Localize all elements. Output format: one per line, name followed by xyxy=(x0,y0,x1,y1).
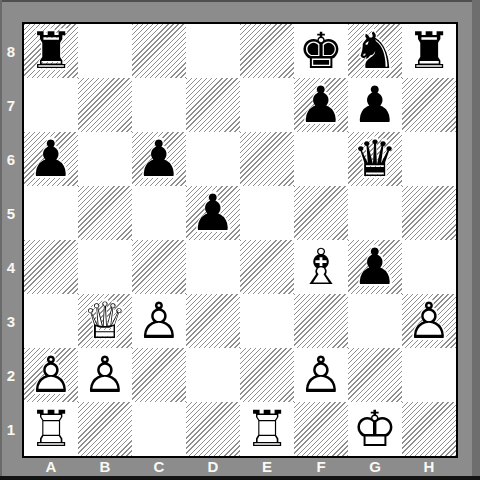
square-f7[interactable]: ♟♟ xyxy=(294,78,348,132)
black-rook-glyph: ♜ xyxy=(29,26,74,76)
square-c2[interactable] xyxy=(132,348,186,402)
square-d6[interactable] xyxy=(186,132,240,186)
piece-white-pawn[interactable]: ♟♙ xyxy=(132,294,186,348)
black-pawn-glyph: ♟ xyxy=(353,80,398,130)
square-b3[interactable]: ♛♕ xyxy=(78,294,132,348)
square-f3[interactable] xyxy=(294,294,348,348)
piece-black-pawn[interactable]: ♟♟ xyxy=(132,132,186,186)
square-b4[interactable] xyxy=(78,240,132,294)
square-e7[interactable] xyxy=(240,78,294,132)
piece-white-pawn[interactable]: ♟♙ xyxy=(294,348,348,402)
white-pawn-glyph: ♙ xyxy=(29,350,74,400)
rank-label-2: 2 xyxy=(0,348,22,402)
rank-label-8: 8 xyxy=(0,24,22,78)
square-b5[interactable] xyxy=(78,186,132,240)
square-e1[interactable]: ♜♖ xyxy=(240,402,294,456)
rank-label-4: 4 xyxy=(0,240,22,294)
rank-label-3: 3 xyxy=(0,294,22,348)
piece-white-rook[interactable]: ♜♖ xyxy=(240,402,294,456)
piece-black-rook[interactable]: ♜♜ xyxy=(24,24,78,78)
square-c3[interactable]: ♟♙ xyxy=(132,294,186,348)
piece-black-pawn[interactable]: ♟♟ xyxy=(294,78,348,132)
file-label-f: F xyxy=(294,457,348,476)
black-pawn-glyph: ♟ xyxy=(299,80,344,130)
black-queen-glyph: ♛ xyxy=(353,134,398,184)
square-e8[interactable] xyxy=(240,24,294,78)
file-label-a: A xyxy=(24,457,78,476)
white-bishop-glyph: ♗ xyxy=(299,242,344,292)
square-d8[interactable] xyxy=(186,24,240,78)
square-c5[interactable] xyxy=(132,186,186,240)
white-rook-glyph: ♖ xyxy=(245,404,290,454)
piece-black-knight[interactable]: ♞♞ xyxy=(348,24,402,78)
white-pawn-glyph: ♙ xyxy=(137,296,182,346)
square-d5[interactable]: ♟♟ xyxy=(186,186,240,240)
file-label-c: C xyxy=(132,457,186,476)
file-label-g: G xyxy=(348,457,402,476)
square-d4[interactable] xyxy=(186,240,240,294)
black-king-glyph: ♚ xyxy=(299,26,344,76)
piece-black-pawn[interactable]: ♟♟ xyxy=(186,186,240,240)
square-g2[interactable] xyxy=(348,348,402,402)
file-label-d: D xyxy=(186,457,240,476)
black-rook-glyph: ♜ xyxy=(407,26,452,76)
square-a4[interactable] xyxy=(24,240,78,294)
square-h4[interactable] xyxy=(402,240,456,294)
square-b2[interactable]: ♟♙ xyxy=(78,348,132,402)
black-pawn-glyph: ♟ xyxy=(29,134,74,184)
square-e4[interactable] xyxy=(240,240,294,294)
square-h5[interactable] xyxy=(402,186,456,240)
piece-black-pawn[interactable]: ♟♟ xyxy=(348,78,402,132)
chess-board: ♜♜♚♚♞♞♜♜♟♟♟♟♟♟♟♟♛♛♟♟♝♗♟♟♛♕♟♙♟♙♟♙♟♙♟♙♜♖♜♖… xyxy=(22,22,458,458)
rank-labels: 87654321 xyxy=(0,24,22,456)
square-h3[interactable]: ♟♙ xyxy=(402,294,456,348)
rank-label-6: 6 xyxy=(0,132,22,186)
black-pawn-glyph: ♟ xyxy=(191,188,236,238)
square-f5[interactable] xyxy=(294,186,348,240)
piece-white-pawn[interactable]: ♟♙ xyxy=(78,348,132,402)
square-g6[interactable]: ♛♛ xyxy=(348,132,402,186)
square-g5[interactable] xyxy=(348,186,402,240)
square-d1[interactable] xyxy=(186,402,240,456)
piece-black-pawn[interactable]: ♟♟ xyxy=(348,240,402,294)
black-pawn-glyph: ♟ xyxy=(353,242,398,292)
square-h8[interactable]: ♜♜ xyxy=(402,24,456,78)
square-a8[interactable]: ♜♜ xyxy=(24,24,78,78)
square-a6[interactable]: ♟♟ xyxy=(24,132,78,186)
white-rook-glyph: ♖ xyxy=(29,404,74,454)
rank-label-1: 1 xyxy=(0,402,22,456)
white-king-glyph: ♔ xyxy=(353,404,398,454)
square-f1[interactable] xyxy=(294,402,348,456)
square-b8[interactable] xyxy=(78,24,132,78)
piece-black-rook[interactable]: ♜♜ xyxy=(402,24,456,78)
piece-black-queen[interactable]: ♛♛ xyxy=(348,132,402,186)
square-f6[interactable] xyxy=(294,132,348,186)
piece-white-queen[interactable]: ♛♕ xyxy=(78,294,132,348)
square-f4[interactable]: ♝♗ xyxy=(294,240,348,294)
piece-white-rook[interactable]: ♜♖ xyxy=(24,402,78,456)
file-labels: ABCDEFGH xyxy=(24,457,456,476)
frame-edge-right xyxy=(472,0,480,480)
piece-white-pawn[interactable]: ♟♙ xyxy=(24,348,78,402)
square-g3[interactable] xyxy=(348,294,402,348)
square-e5[interactable] xyxy=(240,186,294,240)
file-label-h: H xyxy=(402,457,456,476)
white-pawn-glyph: ♙ xyxy=(299,350,344,400)
square-e6[interactable] xyxy=(240,132,294,186)
square-h7[interactable] xyxy=(402,78,456,132)
square-g1[interactable]: ♚♔ xyxy=(348,402,402,456)
square-f8[interactable]: ♚♚ xyxy=(294,24,348,78)
square-d7[interactable] xyxy=(186,78,240,132)
black-knight-glyph: ♞ xyxy=(353,26,398,76)
square-h6[interactable] xyxy=(402,132,456,186)
rank-label-5: 5 xyxy=(0,186,22,240)
frame-edge-top xyxy=(0,0,480,2)
square-b6[interactable] xyxy=(78,132,132,186)
square-c6[interactable]: ♟♟ xyxy=(132,132,186,186)
square-h2[interactable] xyxy=(402,348,456,402)
piece-white-king[interactable]: ♚♔ xyxy=(348,402,402,456)
piece-white-pawn[interactable]: ♟♙ xyxy=(402,294,456,348)
square-a2[interactable]: ♟♙ xyxy=(24,348,78,402)
square-g8[interactable]: ♞♞ xyxy=(348,24,402,78)
square-e2[interactable] xyxy=(240,348,294,402)
file-label-e: E xyxy=(240,457,294,476)
square-c8[interactable] xyxy=(132,24,186,78)
square-c1[interactable] xyxy=(132,402,186,456)
square-h1[interactable] xyxy=(402,402,456,456)
square-b7[interactable] xyxy=(78,78,132,132)
square-a5[interactable] xyxy=(24,186,78,240)
square-a3[interactable] xyxy=(24,294,78,348)
square-a7[interactable] xyxy=(24,78,78,132)
square-g7[interactable]: ♟♟ xyxy=(348,78,402,132)
square-a1[interactable]: ♜♖ xyxy=(24,402,78,456)
piece-white-bishop[interactable]: ♝♗ xyxy=(294,240,348,294)
square-c7[interactable] xyxy=(132,78,186,132)
square-f2[interactable]: ♟♙ xyxy=(294,348,348,402)
white-queen-glyph: ♕ xyxy=(83,296,128,346)
white-pawn-glyph: ♙ xyxy=(83,350,128,400)
white-pawn-glyph: ♙ xyxy=(407,296,452,346)
piece-black-pawn[interactable]: ♟♟ xyxy=(24,132,78,186)
square-d2[interactable] xyxy=(186,348,240,402)
rank-label-7: 7 xyxy=(0,78,22,132)
black-pawn-glyph: ♟ xyxy=(137,134,182,184)
square-d3[interactable] xyxy=(186,294,240,348)
file-label-b: B xyxy=(78,457,132,476)
square-b1[interactable] xyxy=(78,402,132,456)
square-c4[interactable] xyxy=(132,240,186,294)
square-e3[interactable] xyxy=(240,294,294,348)
frame-edge-bottom xyxy=(0,476,480,480)
square-g4[interactable]: ♟♟ xyxy=(348,240,402,294)
piece-black-king[interactable]: ♚♚ xyxy=(294,24,348,78)
chess-diagram-frame: 87654321 ♜♜♚♚♞♞♜♜♟♟♟♟♟♟♟♟♛♛♟♟♝♗♟♟♛♕♟♙♟♙♟… xyxy=(0,0,480,480)
